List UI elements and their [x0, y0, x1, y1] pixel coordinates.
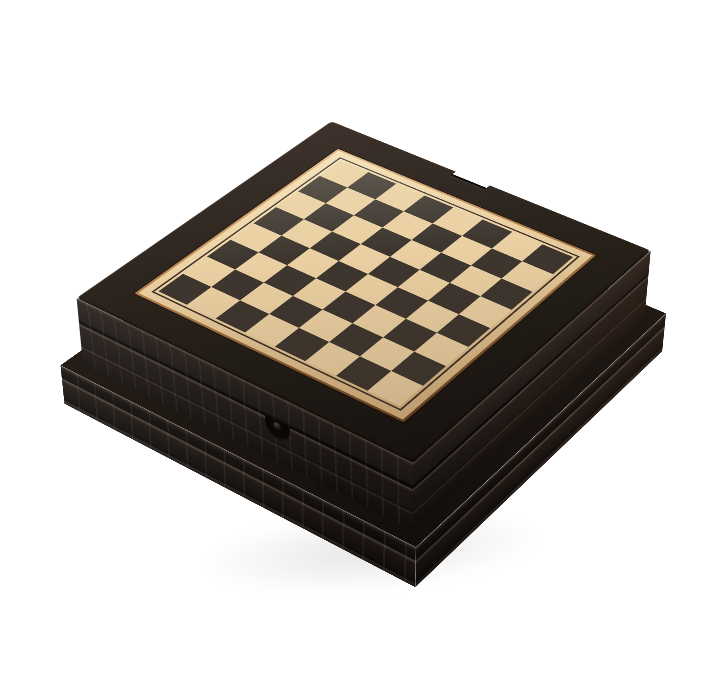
board-square: [322, 292, 375, 324]
board-square: [368, 371, 423, 406]
board-square: [293, 278, 346, 309]
board-square: [336, 356, 391, 390]
board-square: [375, 287, 428, 319]
rim-notch: [448, 171, 490, 191]
board-square: [391, 352, 446, 386]
board-square: [187, 287, 240, 319]
board-square: [216, 300, 270, 332]
board-square: [360, 337, 414, 371]
board-square: [437, 314, 490, 347]
finger-knob: [273, 420, 282, 432]
board-square: [383, 319, 437, 352]
board-square: [211, 269, 264, 300]
board-square: [428, 283, 480, 314]
board-square: [480, 279, 532, 310]
chess-box: [77, 121, 651, 462]
board-square: [240, 283, 293, 314]
product-photo: [0, 0, 720, 683]
board-square: [353, 305, 406, 337]
board-square: [158, 274, 211, 305]
board-square: [269, 296, 322, 328]
board-square: [345, 274, 397, 305]
board-square: [459, 296, 512, 328]
board-square: [398, 270, 450, 301]
board-square: [275, 328, 329, 361]
board-square: [245, 314, 299, 347]
board-square: [414, 333, 468, 366]
board-square: [299, 310, 353, 342]
board-square: [329, 323, 383, 356]
board-square: [305, 342, 360, 376]
photo-scene: [0, 0, 720, 683]
board-square: [406, 301, 459, 333]
